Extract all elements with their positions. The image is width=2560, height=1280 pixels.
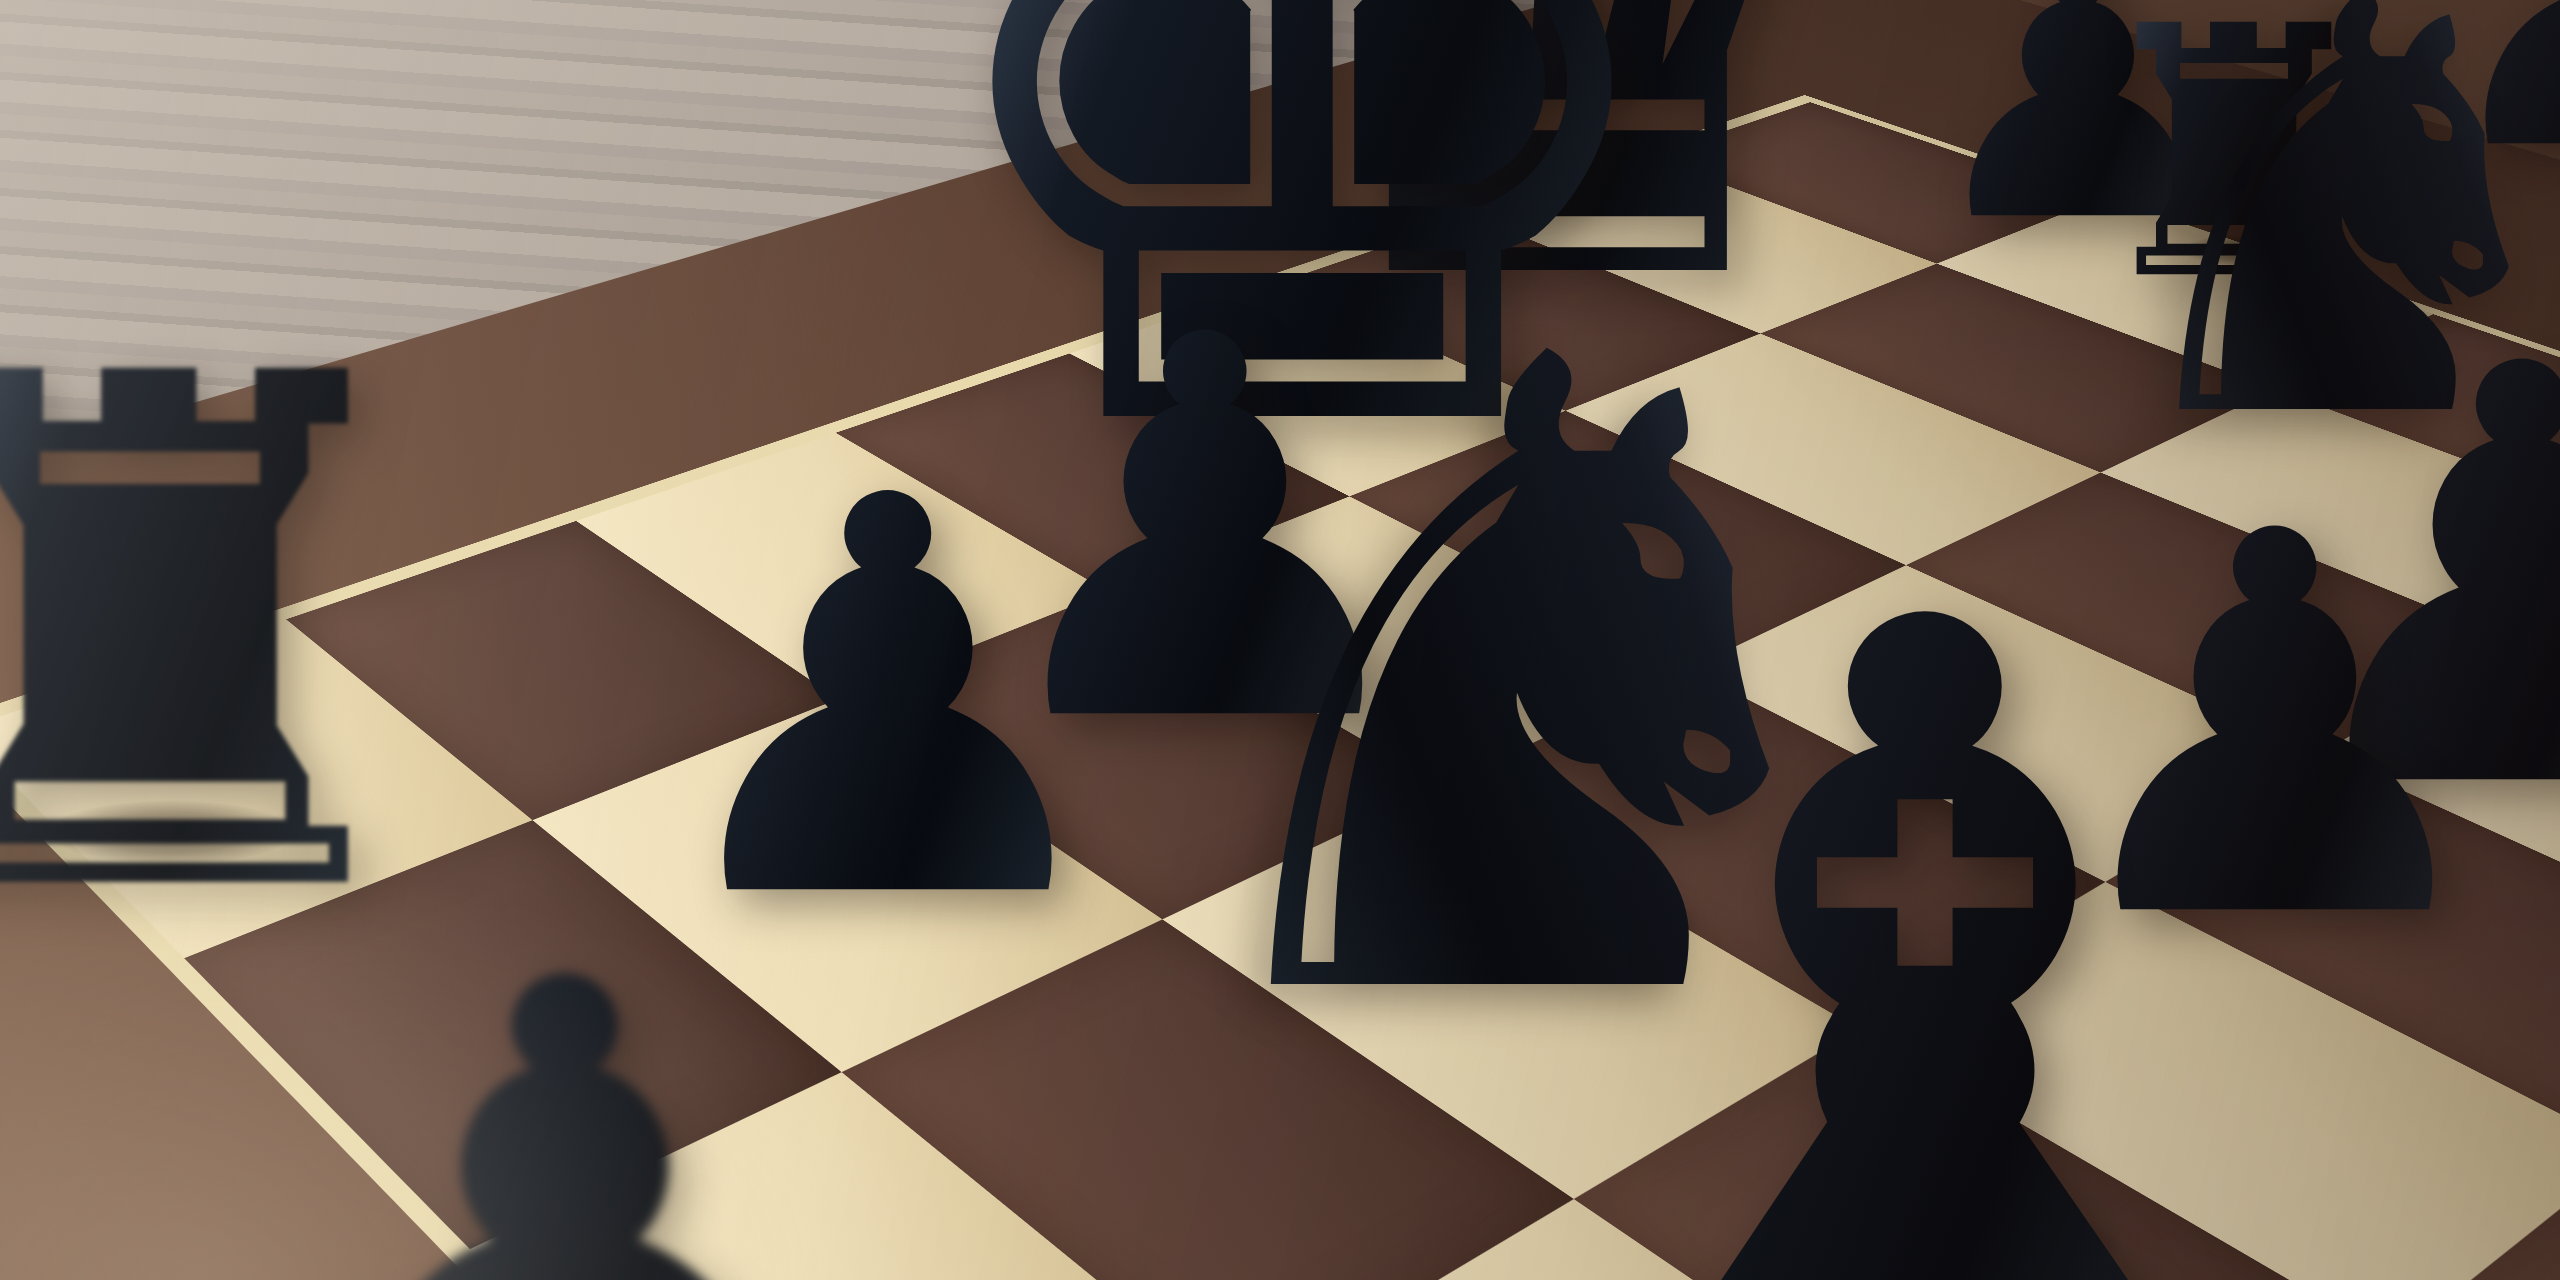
black-bishop-c5[interactable]: ♝ (1496, 501, 2355, 1280)
black-pawn-a6[interactable]: ♟ (265, 895, 866, 1280)
photo-canvas: ♜♟♟♟♚♛♞♟♜♞♝♟♟♟ (0, 0, 2560, 1280)
bishop-glyph: ♝ (1496, 501, 2355, 1280)
pawn-glyph: ♟ (265, 895, 866, 1280)
